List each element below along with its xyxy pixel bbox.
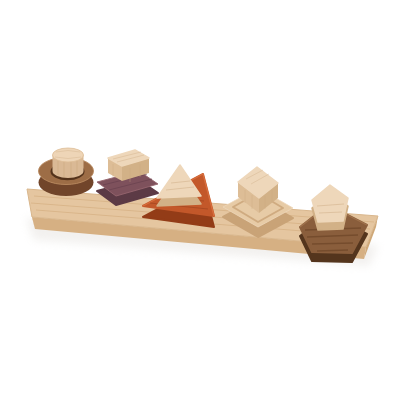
product-photo-wooden-shape-sorter — [0, 0, 400, 400]
grain-line — [312, 243, 353, 244]
toy-scene — [0, 0, 400, 400]
grain-line — [317, 250, 348, 251]
